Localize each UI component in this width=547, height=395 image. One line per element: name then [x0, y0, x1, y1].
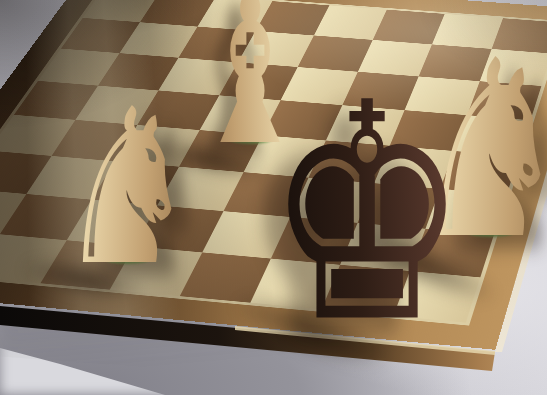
white-knight-glyph: ♞ [58, 80, 197, 295]
black-king-glyph: ♚ [266, 65, 468, 365]
pieces-layer: ♝♞♞♚ [0, 0, 547, 395]
black-king[interactable]: ♚ [233, 65, 502, 365]
photo-scene: ♝♞♞♚ [0, 0, 547, 395]
white-knight-left[interactable]: ♞ [31, 80, 224, 295]
